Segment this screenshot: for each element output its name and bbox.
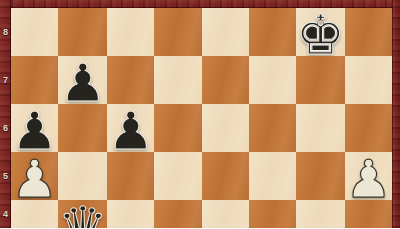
- square-d4[interactable]: [154, 200, 201, 228]
- square-c6[interactable]: ♟: [107, 104, 154, 152]
- board-frame-left: 87654: [0, 0, 11, 228]
- black-queen[interactable]: ♛: [58, 200, 107, 229]
- square-c8[interactable]: [107, 8, 154, 56]
- board-frame-top: [0, 0, 400, 8]
- square-a6[interactable]: ♟: [11, 104, 58, 152]
- rank-label-8: 8: [0, 8, 11, 56]
- board-squares: ♚♟♟♟♟♟♛: [11, 8, 392, 228]
- rank-label-7: 7: [0, 56, 11, 104]
- black-pawn[interactable]: ♟: [108, 105, 155, 157]
- square-g6[interactable]: [296, 104, 345, 152]
- black-king[interactable]: ♚: [296, 8, 345, 63]
- white-pawn[interactable]: ♟: [11, 153, 58, 205]
- square-f8[interactable]: [249, 8, 296, 56]
- square-f4[interactable]: [249, 200, 296, 228]
- rank-label-5: 5: [0, 152, 11, 200]
- square-a4[interactable]: [11, 200, 58, 228]
- square-h7[interactable]: [345, 56, 392, 104]
- square-d7[interactable]: [154, 56, 201, 104]
- square-h4[interactable]: [345, 200, 392, 228]
- square-e8[interactable]: [202, 8, 249, 56]
- rank-label-6: 6: [0, 104, 11, 152]
- square-d5[interactable]: [154, 152, 201, 200]
- square-g7[interactable]: [296, 56, 345, 104]
- square-e5[interactable]: [202, 152, 249, 200]
- square-d6[interactable]: [154, 104, 201, 152]
- square-e7[interactable]: [202, 56, 249, 104]
- square-a8[interactable]: [11, 8, 58, 56]
- square-c5[interactable]: [107, 152, 154, 200]
- rank-label-4: 4: [0, 200, 11, 228]
- square-e4[interactable]: [202, 200, 249, 228]
- square-f5[interactable]: [249, 152, 296, 200]
- square-g4[interactable]: [296, 200, 345, 228]
- chessboard: ♚♟♟♟♟♟♛ 87654: [0, 0, 400, 228]
- square-h8[interactable]: [345, 8, 392, 56]
- square-b6[interactable]: [58, 104, 107, 152]
- square-b5[interactable]: [58, 152, 107, 200]
- square-f6[interactable]: [249, 104, 296, 152]
- square-h6[interactable]: [345, 104, 392, 152]
- board-frame-right: [392, 0, 400, 228]
- square-d8[interactable]: [154, 8, 201, 56]
- square-g8[interactable]: ♚: [296, 8, 345, 56]
- square-a7[interactable]: [11, 56, 58, 104]
- square-c4[interactable]: [107, 200, 154, 228]
- square-c7[interactable]: [107, 56, 154, 104]
- square-a5[interactable]: ♟: [11, 152, 58, 200]
- square-f7[interactable]: [249, 56, 296, 104]
- square-h5[interactable]: ♟: [345, 152, 392, 200]
- white-pawn[interactable]: ♟: [345, 153, 392, 205]
- square-b8[interactable]: [58, 8, 107, 56]
- square-b7[interactable]: ♟: [58, 56, 107, 104]
- square-b4[interactable]: ♛: [58, 200, 107, 228]
- black-pawn[interactable]: ♟: [59, 57, 106, 109]
- square-g5[interactable]: [296, 152, 345, 200]
- square-e6[interactable]: [202, 104, 249, 152]
